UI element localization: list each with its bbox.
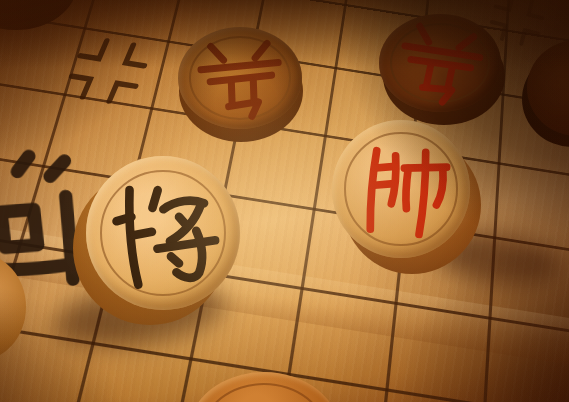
general-jiang-glyph xyxy=(107,175,222,290)
piece-face xyxy=(178,27,302,129)
partial-piece-top-left xyxy=(0,0,77,30)
piece-face xyxy=(188,372,340,402)
piece-face xyxy=(379,14,501,112)
piece-face xyxy=(86,156,240,310)
piece-face xyxy=(332,120,470,258)
marshal-shuai-glyph xyxy=(350,138,452,240)
red-soldier-piece-upper-left[interactable]: 兵 xyxy=(178,27,302,129)
xiangqi-photo-scene: 河 piece side only unidentified, in shado… xyxy=(0,0,569,402)
shadow-overlay xyxy=(379,14,501,112)
engraved-ring xyxy=(202,383,327,402)
partial-piece-bottom[interactable]: piece rim only xyxy=(188,372,340,402)
partial-piece-left-edge[interactable]: piece side only xyxy=(0,253,26,361)
red-soldier-piece-upper-right[interactable]: 兵 xyxy=(379,14,501,112)
shadow-piece-right-edge[interactable]: unidentified, in shadow xyxy=(527,40,569,136)
black-general-piece[interactable]: 將 xyxy=(86,156,240,310)
red-general-piece[interactable]: 帥 xyxy=(332,120,470,258)
shadow-overlay xyxy=(178,27,302,129)
